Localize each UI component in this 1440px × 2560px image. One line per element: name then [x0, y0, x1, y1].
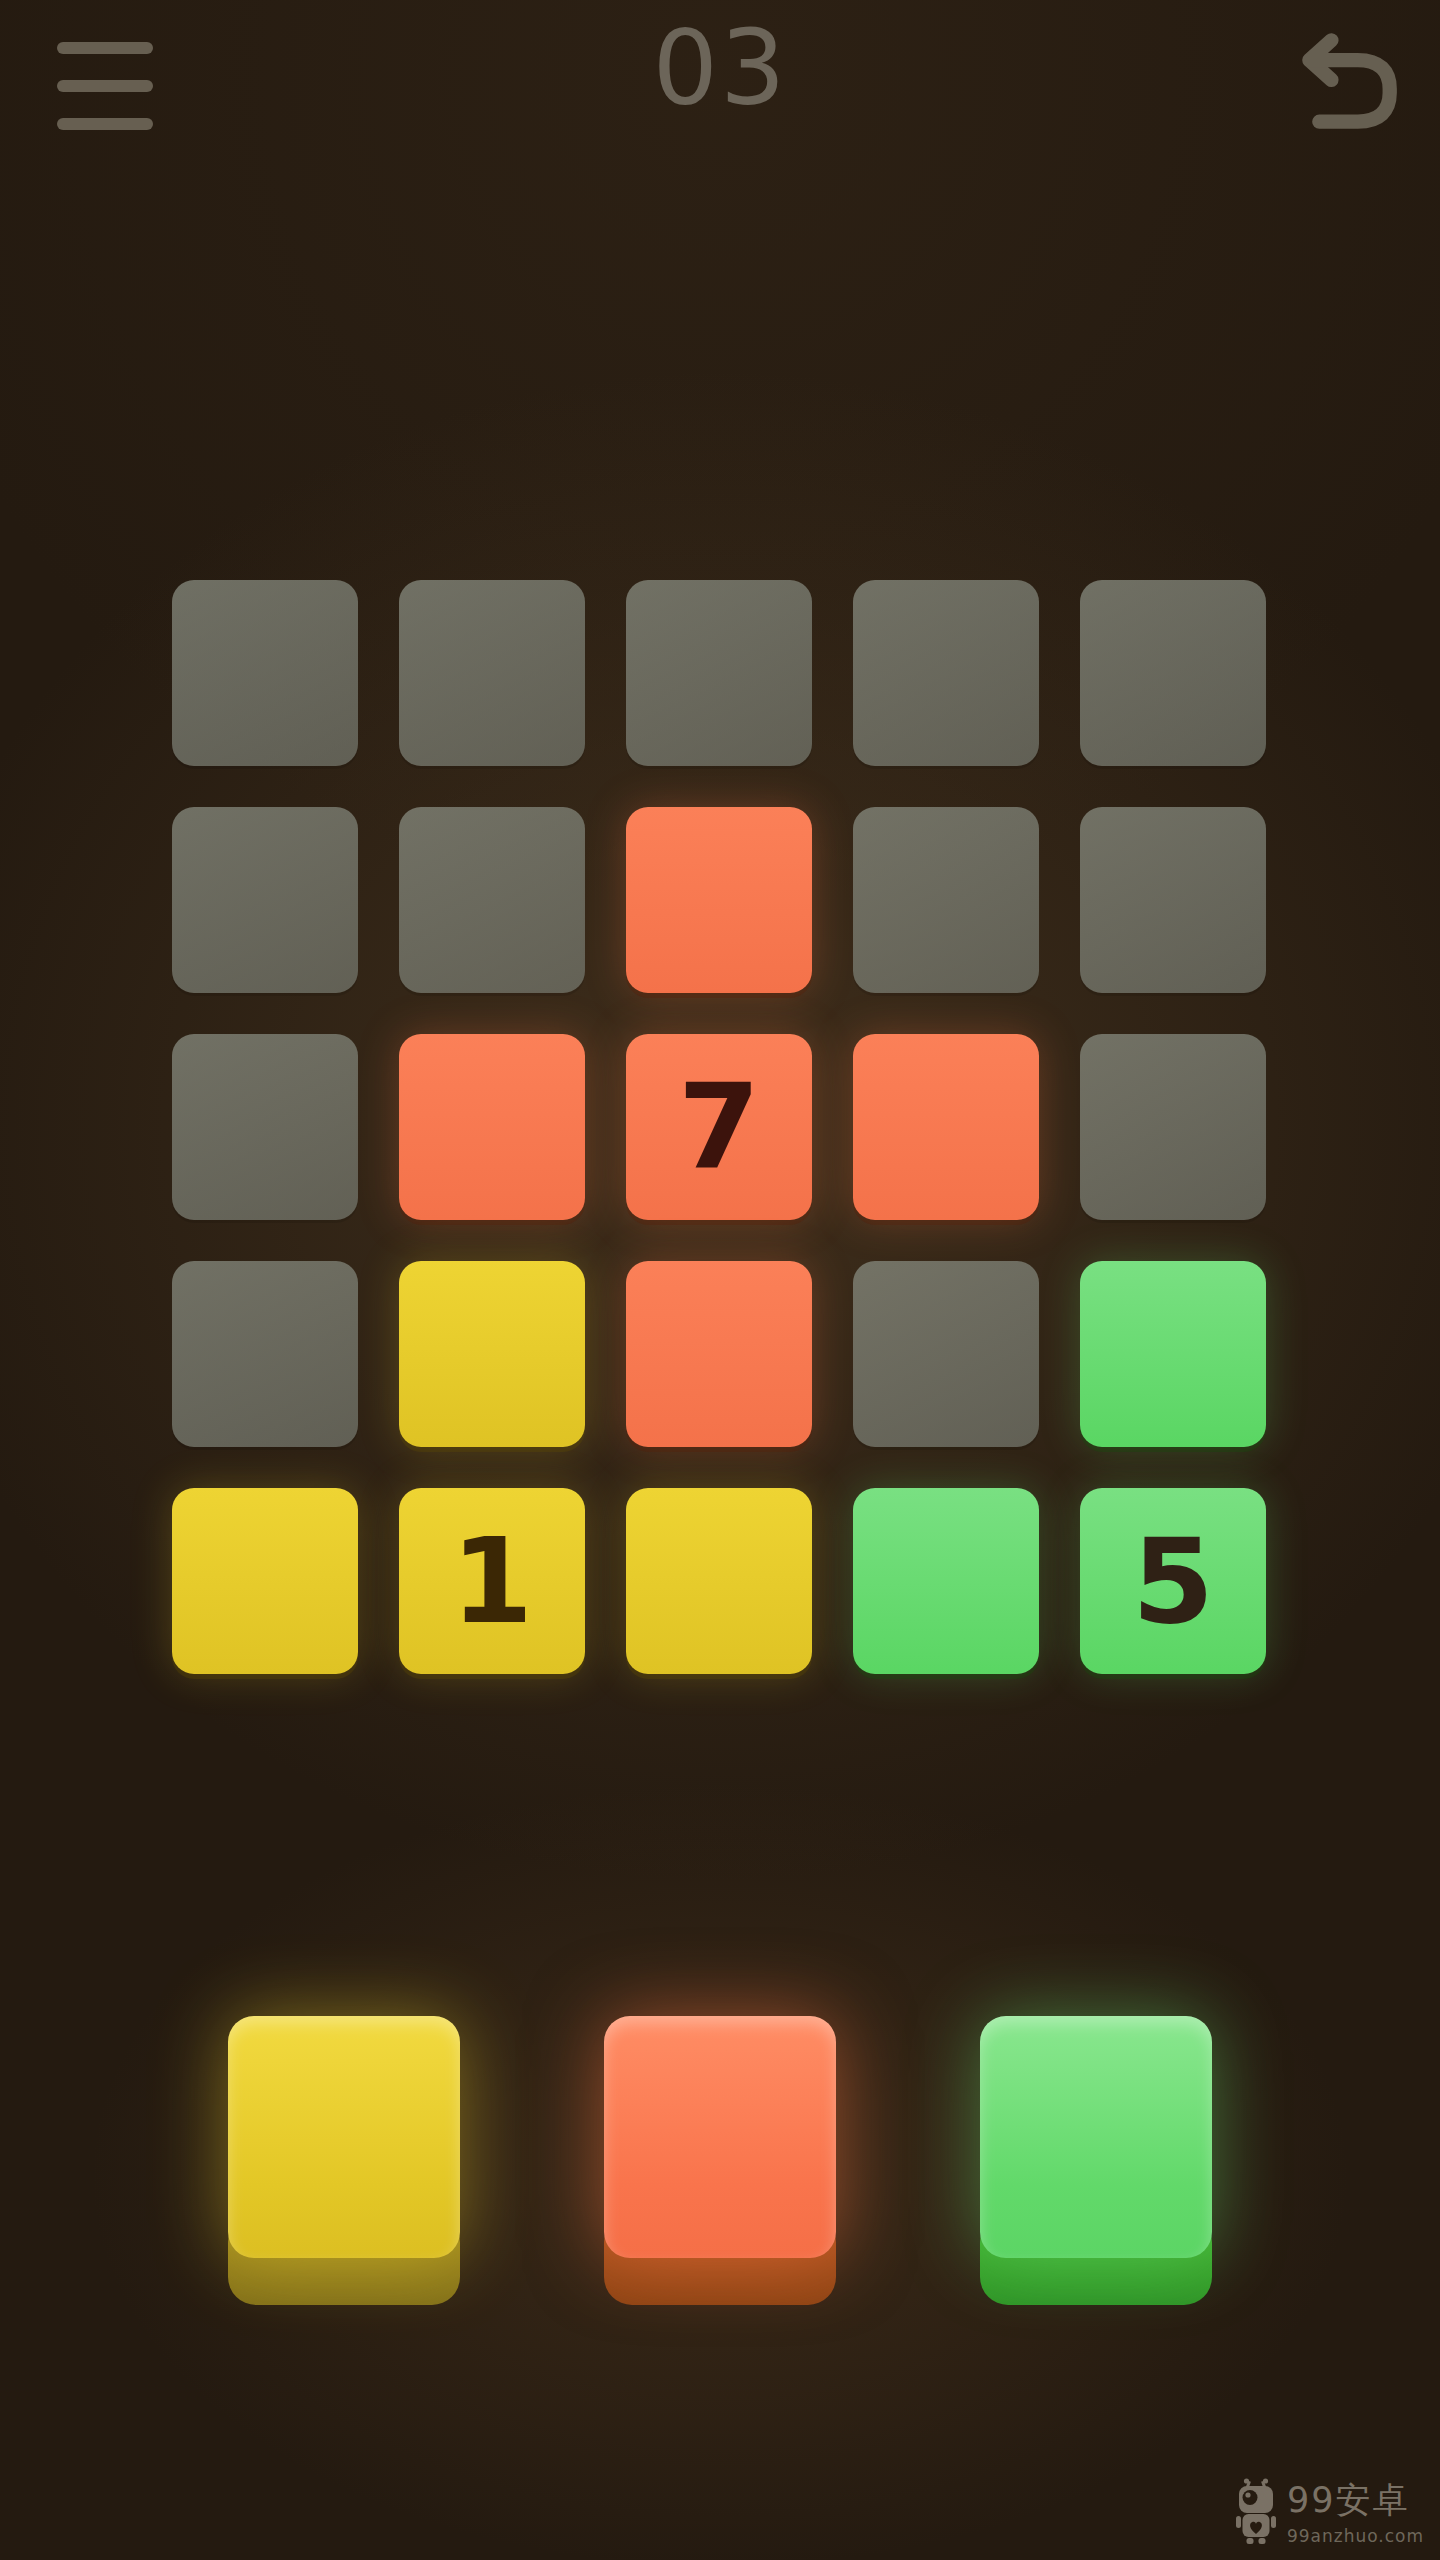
cell-r2c4-empty[interactable] — [853, 807, 1039, 993]
cell-r2c2-empty[interactable] — [399, 807, 585, 993]
cell-r4c4-empty[interactable] — [853, 1261, 1039, 1447]
cell-r3c4-orange[interactable] — [853, 1034, 1039, 1220]
cell-r1c4-empty[interactable] — [853, 580, 1039, 766]
key-face — [228, 2016, 460, 2258]
key-face — [980, 2016, 1212, 2258]
cell-r5c4-green[interactable] — [853, 1488, 1039, 1674]
cell-r4c3-orange[interactable] — [626, 1261, 812, 1447]
cell-r2c1-empty[interactable] — [172, 807, 358, 993]
robot-mascot-icon — [1235, 2478, 1277, 2546]
color-key-green[interactable] — [980, 2016, 1212, 2305]
cell-r2c5-empty[interactable] — [1080, 807, 1266, 993]
level-title: 03 — [0, 8, 1440, 128]
cell-r1c1-empty[interactable] — [172, 580, 358, 766]
color-key-orange[interactable] — [604, 2016, 836, 2305]
undo-back-arrow-icon — [1294, 26, 1404, 136]
back-button[interactable] — [1294, 26, 1404, 136]
watermark-brand: 99安卓 — [1287, 2477, 1410, 2524]
cell-r1c5-empty[interactable] — [1080, 580, 1266, 766]
cell-r3c5-empty[interactable] — [1080, 1034, 1266, 1220]
cell-r4c1-empty[interactable] — [172, 1261, 358, 1447]
cell-r5c2-yellow[interactable]: 1 — [399, 1488, 585, 1674]
board-grid: 715 — [172, 580, 1266, 1674]
cell-r5c3-yellow[interactable] — [626, 1488, 812, 1674]
game-screen: { "app": { "type": "mobile color-tile pu… — [0, 0, 1440, 2560]
cell-r3c1-empty[interactable] — [172, 1034, 358, 1220]
site-watermark: 99安卓 99anzhuo.com — [1235, 2477, 1424, 2546]
cell-r4c2-yellow[interactable] — [399, 1261, 585, 1447]
cell-r3c3-orange[interactable]: 7 — [626, 1034, 812, 1220]
cell-r3c2-orange[interactable] — [399, 1034, 585, 1220]
cell-r4c5-green[interactable] — [1080, 1261, 1266, 1447]
cell-r1c2-empty[interactable] — [399, 580, 585, 766]
cell-r2c3-orange[interactable] — [626, 807, 812, 993]
watermark-domain: 99anzhuo.com — [1287, 2526, 1424, 2546]
key-face — [604, 2016, 836, 2258]
cell-r1c3-empty[interactable] — [626, 580, 812, 766]
cell-r5c1-yellow[interactable] — [172, 1488, 358, 1674]
color-key-yellow[interactable] — [228, 2016, 460, 2305]
cell-r5c5-green[interactable]: 5 — [1080, 1488, 1266, 1674]
color-key-tray — [0, 2016, 1440, 2305]
